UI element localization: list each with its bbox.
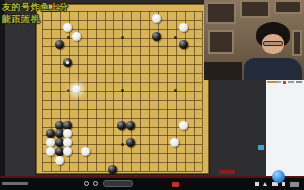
- black-stone[interactable]: [117, 121, 126, 130]
- grid-line-v: [185, 11, 186, 171]
- shelf-compartment: [208, 30, 234, 54]
- white-stone[interactable]: [179, 121, 188, 130]
- rank-row-red-badge: [283, 81, 286, 84]
- tray-network-icon[interactable]: [263, 182, 267, 186]
- grid-line-v: [149, 11, 150, 171]
- grid-line-h: [42, 109, 202, 110]
- white-stone[interactable]: [46, 138, 55, 147]
- taskbar-left-text: [2, 182, 28, 186]
- grid-line-h: [42, 171, 202, 172]
- grid-line-v: [140, 11, 141, 171]
- shelf-compartment: [292, 30, 302, 56]
- white-stone[interactable]: [63, 129, 72, 138]
- rank-row-value-2: [296, 81, 302, 83]
- rank-list-panel[interactable]: [266, 80, 304, 177]
- windows-taskbar[interactable]: [0, 178, 304, 190]
- last-move-marker: [66, 61, 69, 64]
- black-stone[interactable]: [55, 147, 64, 156]
- taskbar-search-box[interactable]: [103, 180, 133, 187]
- star-point: [67, 89, 70, 92]
- rank-row-value-1: [288, 81, 294, 83]
- taskbar-red-app-icon[interactable]: [172, 182, 179, 187]
- black-stone[interactable]: [126, 121, 135, 130]
- black-stone[interactable]: [108, 165, 117, 174]
- rank-row-name: [267, 81, 278, 83]
- stream-video-frame: 友的号炸鱼上分 蒙跟随机能下大半: [0, 0, 304, 190]
- white-stone[interactable]: [152, 14, 161, 23]
- grid-line-v: [194, 11, 195, 171]
- streamer-body: [244, 58, 302, 80]
- black-stone[interactable]: [179, 40, 188, 49]
- shelf-compartment: [274, 0, 302, 14]
- go-app-background: [5, 0, 36, 176]
- black-stone[interactable]: [63, 58, 72, 67]
- black-stone[interactable]: [152, 32, 161, 41]
- go-app-red-button[interactable]: [219, 170, 235, 174]
- tray-arrow-icon[interactable]: [282, 182, 285, 186]
- white-stone[interactable]: [46, 147, 55, 156]
- shelf-compartment: [240, 0, 270, 18]
- white-stone[interactable]: [170, 138, 179, 147]
- black-stone[interactable]: [46, 129, 55, 138]
- white-stone[interactable]: [63, 138, 72, 147]
- white-stone[interactable]: [72, 32, 81, 41]
- black-stone[interactable]: [126, 138, 135, 147]
- grid-line-h: [42, 118, 202, 119]
- white-stone[interactable]: [72, 85, 81, 94]
- black-stone[interactable]: [55, 138, 64, 147]
- shelf-compartment: [206, 2, 236, 24]
- taskbar-app-icon-2[interactable]: [93, 181, 98, 186]
- star-point: [174, 89, 177, 92]
- star-point: [121, 89, 124, 92]
- star-point: [67, 36, 70, 39]
- tray-speaker-icon[interactable]: [255, 182, 259, 186]
- rank-list-row[interactable]: [266, 80, 304, 84]
- black-stone[interactable]: [55, 121, 64, 130]
- white-stone[interactable]: [55, 156, 64, 165]
- grid-line-h: [42, 162, 202, 163]
- white-stone[interactable]: [81, 147, 90, 156]
- mini-icon[interactable]: [258, 145, 264, 150]
- star-point: [174, 36, 177, 39]
- webcam-overlay[interactable]: [204, 0, 304, 80]
- webcam-desk-shadow: [204, 62, 242, 80]
- streamer-glasses: [263, 41, 283, 46]
- go-board[interactable]: [36, 4, 209, 174]
- danmaku-line-2-dim: 能下大半: [2, 13, 40, 26]
- black-stone[interactable]: [55, 129, 64, 138]
- grid-line-v: [167, 11, 168, 171]
- grid-line-v: [131, 11, 132, 171]
- star-point: [121, 143, 124, 146]
- black-stone[interactable]: [55, 40, 64, 49]
- floating-chat-bubble[interactable]: [272, 170, 285, 183]
- black-stone[interactable]: [63, 121, 72, 130]
- white-stone[interactable]: [63, 23, 72, 32]
- taskbar-app-icon-1[interactable]: [84, 181, 89, 186]
- white-stone[interactable]: [179, 23, 188, 32]
- star-point: [121, 36, 124, 39]
- tray-clock: [290, 182, 299, 187]
- white-stone[interactable]: [63, 147, 72, 156]
- grid-line-h: [42, 100, 202, 101]
- panel-mini-icons[interactable]: [258, 144, 265, 170]
